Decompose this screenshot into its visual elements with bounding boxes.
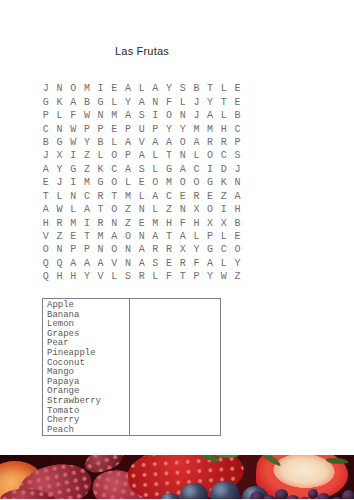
grid-cell: R [135,270,149,283]
grid-cell: J [190,95,204,108]
grid-cell: H [162,216,176,229]
grid-cell: A [162,136,176,149]
grid-cell: M [80,176,94,189]
grid-cell: A [149,190,163,203]
grid-cell: A [176,230,190,243]
grid-cell: J [190,109,204,122]
grid-cell: G [94,176,108,189]
grid-cell: Z [231,270,245,283]
grid-cell: V [39,230,53,243]
grid-cell: I [80,216,94,229]
grid-cell: R [217,136,231,149]
grid-cell: C [80,190,94,203]
grid-cell: H [231,203,245,216]
grid-cell: N [66,190,80,203]
grid-cell: R [53,216,67,229]
grid-cell: L [149,203,163,216]
grid-cell: P [80,243,94,256]
grid-cell: F [190,257,204,270]
grid-cell: T [162,230,176,243]
worksheet-page: Las Frutas JNOMIEALAYSBTLEGKABGLYANFLJYT… [0,0,354,500]
grid-cell: A [149,136,163,149]
grid-cell: B [39,136,53,149]
grid-cell: N [94,243,108,256]
grid-cell: A [176,163,190,176]
grid-cell: S [121,270,135,283]
grid-cell: E [107,122,121,135]
grid-cell: P [94,122,108,135]
grid-cell: H [66,270,80,283]
grid-cell: Q [53,257,67,270]
grid-cell: J [53,176,67,189]
grid-cell: O [107,176,121,189]
grid-cell: N [121,243,135,256]
grid-cell: O [107,203,121,216]
grid-cell: O [162,109,176,122]
grid-cell: B [231,109,245,122]
grid-cell: N [53,243,67,256]
grid-cell: T [162,149,176,162]
grid-cell: C [217,149,231,162]
grid-cell: Z [53,230,67,243]
grid-cell: L [53,190,67,203]
grid-cell: J [39,82,53,95]
grid-cell: A [121,163,135,176]
grid-cell: Y [80,270,94,283]
grid-cell: C [162,190,176,203]
blackberry-image [287,495,299,499]
grid-cell: C [217,243,231,256]
grid-cell: R [94,190,108,203]
grid-cell: L [217,230,231,243]
grid-cell: L [94,149,108,162]
grid-cell: I [203,163,217,176]
grid-cell: L [135,190,149,203]
grid-cell: E [231,82,245,95]
grid-cell: G [39,95,53,108]
grid-cell: O [39,243,53,256]
grid-cell: R [162,243,176,256]
grid-cell: Y [162,122,176,135]
grid-cell: P [190,270,204,283]
grid-cell: R [176,257,190,270]
grid-cell: C [107,163,121,176]
grid-cell: L [149,163,163,176]
grid-cell: I [217,203,231,216]
grid-cell: P [66,243,80,256]
grid-cell: N [176,109,190,122]
grid-cell: S [176,82,190,95]
grid-cell: E [231,230,245,243]
blackberry-image [275,489,288,499]
grid-cell: R [190,190,204,203]
grid-cell: B [190,82,204,95]
grid-cell: A [107,230,121,243]
grid-cell: M [107,109,121,122]
grid-cell: A [80,203,94,216]
grid-cell: S [231,149,245,162]
grid-cell: B [94,136,108,149]
grid-cell: G [66,163,80,176]
grid-cell: A [66,95,80,108]
grid-cell: G [53,136,67,149]
grid-cell: K [217,176,231,189]
grid-cell: O [203,149,217,162]
grid-cell: M [149,216,163,229]
grid-cell: L [107,136,121,149]
grid-cell: G [203,176,217,189]
grid-cell: I [66,149,80,162]
grid-cell: O [121,230,135,243]
grid-cell: O [190,176,204,189]
grid-cell: Q [39,270,53,283]
grid-cell: R [203,136,217,149]
page-title: Las Frutas [115,45,169,57]
grid-cell: A [203,109,217,122]
grid-cell: O [203,203,217,216]
grid-cell: F [66,109,80,122]
grid-cell: Q [39,257,53,270]
grid-cell: W [80,109,94,122]
grid-cell: P [39,109,53,122]
grid-cell: L [53,109,67,122]
grid-cell: V [107,257,121,270]
grid-cell: X [203,216,217,229]
grid-cell: F [162,270,176,283]
grid-cell: L [66,203,80,216]
grid-cell: O [149,176,163,189]
grid-cell: Z [80,163,94,176]
grid-cell: A [190,136,204,149]
grid-cell: P [80,122,94,135]
grid-cell: H [190,216,204,229]
grid-cell: N [94,109,108,122]
grid-cell: X [190,203,204,216]
grid-cell: L [217,82,231,95]
grid-cell: E [135,216,149,229]
grid-cell: M [162,176,176,189]
grid-cell: L [176,95,190,108]
grid-cell: A [121,82,135,95]
grid-cell: T [94,203,108,216]
grid-cell: O [107,243,121,256]
grid-cell: M [80,82,94,95]
grid-cell: V [94,270,108,283]
grid-cell: L [190,149,204,162]
grid-cell: Y [80,136,94,149]
grid-cell: H [53,270,67,283]
grid-cell: N [176,203,190,216]
grid-cell: E [66,230,80,243]
grid-cell: M [203,122,217,135]
grid-cell: Y [176,122,190,135]
word-list-item: Peach [47,426,129,436]
grid-cell: B [80,95,94,108]
grid-cell: R [94,216,108,229]
grid-cell: Z [121,216,135,229]
grid-cell: I [149,109,163,122]
grid-cell: F [162,95,176,108]
grid-cell: L [107,95,121,108]
grid-cell: L [121,176,135,189]
grid-cell: Z [121,203,135,216]
grid-cell: A [39,163,53,176]
grid-cell: L [149,270,163,283]
grid-cell: Y [121,95,135,108]
grid-cell: X [217,216,231,229]
blackberry-image [250,491,264,499]
grid-cell: D [217,163,231,176]
grid-cell: E [39,176,53,189]
grid-cell: P [231,136,245,149]
grid-cell: W [66,122,80,135]
grid-cell: B [231,216,245,229]
grid-cell: Z [217,190,231,203]
grid-cell: Y [162,82,176,95]
grid-cell: T [176,270,190,283]
grid-cell: N [53,122,67,135]
grid-cell: I [66,176,80,189]
grid-cell: E [203,190,217,203]
grid-cell: N [107,216,121,229]
grid-cell: O [231,243,245,256]
grid-cell: A [135,95,149,108]
grid-cell: N [231,176,245,189]
grid-cell: X [176,243,190,256]
grid-cell: W [53,203,67,216]
grid-cell: A [39,203,53,216]
grid-cell: G [162,163,176,176]
grid-cell: W [217,270,231,283]
grid-cell: Y [53,163,67,176]
grid-cell: E [135,176,149,189]
blackberry-image [342,490,354,499]
grid-cell: N [121,257,135,270]
grid-cell: A [135,149,149,162]
grid-cell: E [176,190,190,203]
grid-cell: P [121,149,135,162]
grid-cell: W [66,136,80,149]
grid-cell: C [190,163,204,176]
grid-cell: N [149,95,163,108]
grid-cell: A [80,257,94,270]
grid-cell: E [107,82,121,95]
grid-cell: N [53,82,67,95]
grid-cell: L [190,230,204,243]
grid-cell: N [135,230,149,243]
grid-cell: A [121,109,135,122]
grid-cell: Y [203,270,217,283]
grid-cell: M [94,230,108,243]
grid-cell: K [53,95,67,108]
grid-cell: F [176,216,190,229]
grid-cell: O [66,82,80,95]
grid-cell: A [135,243,149,256]
word-search-grid: JNOMIEALAYSBTLEGKABGLYANFLJYTEPLFWNMASIO… [39,82,244,284]
grid-cell: C [231,122,245,135]
grid-cell: X [53,149,67,162]
grid-cell: Z [162,203,176,216]
grid-cell: T [203,82,217,95]
grid-cell: H [39,216,53,229]
grid-cell: J [231,163,245,176]
grid-cell: S [135,163,149,176]
blackberry-image [317,493,330,499]
grid-cell: P [203,230,217,243]
grid-cell: A [135,257,149,270]
grid-cell: O [176,176,190,189]
grid-cell: E [162,257,176,270]
grid-cell: A [231,190,245,203]
grid-cell: L [135,82,149,95]
grid-cell: L [149,149,163,162]
grid-cell: S [149,257,163,270]
grid-cell: T [107,190,121,203]
grid-cell: Y [231,257,245,270]
answer-column [130,299,220,435]
grid-cell: K [94,163,108,176]
grid-cell: A [94,257,108,270]
grid-cell: G [203,243,217,256]
blackberry-image [263,495,275,499]
grid-cell: A [203,257,217,270]
grid-cell: H [217,122,231,135]
grid-cell: N [135,203,149,216]
grid-cell: O [107,149,121,162]
grid-cell: L [217,257,231,270]
grid-cell: I [94,82,108,95]
grid-cell: N [176,149,190,162]
grid-cell: T [217,95,231,108]
grid-cell: U [135,122,149,135]
grid-cell: M [190,122,204,135]
grid-cell: A [121,136,135,149]
grid-cell: Y [190,243,204,256]
grid-cell: G [94,95,108,108]
grid-cell: A [66,257,80,270]
grid-cell: Z [80,149,94,162]
grid-cell: T [80,230,94,243]
grid-cell: R [149,243,163,256]
fruit-photo [0,455,354,499]
grid-cell: A [149,230,163,243]
grid-cell: M [66,216,80,229]
grid-cell: V [135,136,149,149]
grid-cell: L [107,270,121,283]
grid-cell: T [39,190,53,203]
word-list-column: AppleBananaLemonGrapesPearPineappleCocon… [43,299,130,435]
grid-cell: O [176,136,190,149]
grid-cell: P [149,122,163,135]
grid-cell: E [231,95,245,108]
grid-cell: A [149,82,163,95]
grid-cell: C [39,122,53,135]
grid-cell: P [121,122,135,135]
grid-cell: J [39,149,53,162]
word-list-table: AppleBananaLemonGrapesPearPineappleCocon… [42,298,221,436]
grid-cell: M [121,190,135,203]
grid-cell: Y [203,95,217,108]
grid-cell: S [135,109,149,122]
grid-cell: L [217,109,231,122]
